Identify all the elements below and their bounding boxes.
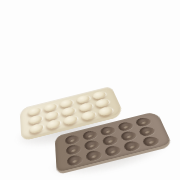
mould-bump xyxy=(79,110,97,122)
mould-cavity xyxy=(65,153,85,167)
mould-cavity xyxy=(98,125,118,137)
mould-bump xyxy=(45,118,62,130)
mould-cavity xyxy=(115,121,135,133)
mould-cavity xyxy=(136,125,157,137)
mould-cavity xyxy=(118,130,139,142)
mould-cavity xyxy=(100,134,120,147)
mould-cavity xyxy=(121,140,142,153)
product-photo xyxy=(0,0,180,180)
mould-cavity xyxy=(139,135,161,148)
mould-cavity xyxy=(102,144,123,158)
mould-bump xyxy=(62,114,80,126)
mould-bump xyxy=(28,122,45,134)
mould-cavity xyxy=(82,139,102,152)
mould-bump xyxy=(96,106,114,117)
mould-cavity xyxy=(64,143,84,156)
mould-cavity xyxy=(83,149,104,163)
mould-cavity xyxy=(133,116,153,128)
